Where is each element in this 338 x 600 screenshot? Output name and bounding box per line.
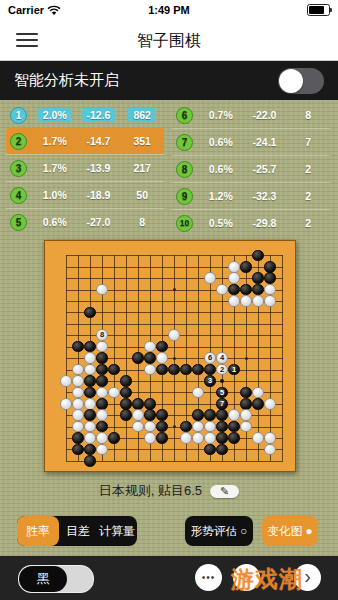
win-rate: 1.7% xyxy=(33,135,77,147)
black-stone[interactable] xyxy=(216,421,228,433)
white-stone[interactable] xyxy=(252,432,264,444)
grid-line xyxy=(282,255,283,461)
analysis-row-6[interactable]: 60.7%-22.08 xyxy=(172,102,330,128)
visits: 2 xyxy=(286,217,330,229)
win-rate: 0.6% xyxy=(199,136,243,148)
rank-badge: 6 xyxy=(176,107,193,124)
analysis-row-10[interactable]: 100.5%-29.82 xyxy=(172,209,330,236)
black-stone[interactable] xyxy=(252,250,264,262)
tab-visits[interactable]: 计算量 xyxy=(97,523,137,540)
black-stone[interactable] xyxy=(156,432,168,444)
white-stone[interactable] xyxy=(72,398,84,410)
rules-row: 日本规则, 贴目6.5✎ xyxy=(0,482,338,500)
white-stone-6[interactable]: 6 xyxy=(204,352,216,364)
white-stone[interactable] xyxy=(96,387,108,399)
white-stone[interactable] xyxy=(84,398,96,410)
black-stone[interactable] xyxy=(84,444,96,456)
white-stone[interactable] xyxy=(240,421,252,433)
visits: 217 xyxy=(120,162,164,174)
move-marker xyxy=(220,379,224,383)
analysis-toggle-bar: 智能分析未开启 xyxy=(0,61,338,100)
ellipsis-icon: ••• xyxy=(202,572,216,583)
white-stone[interactable] xyxy=(84,352,96,364)
black-stone[interactable] xyxy=(84,341,96,353)
black-stone-5[interactable]: 5 xyxy=(216,387,228,399)
grid-line xyxy=(66,461,283,462)
white-stone[interactable] xyxy=(228,295,240,307)
rank-badge: 8 xyxy=(176,161,193,178)
white-stone[interactable] xyxy=(132,421,144,433)
black-stone-3[interactable]: 3 xyxy=(204,375,216,387)
score-diff: -24.1 xyxy=(243,136,287,148)
win-rate: 2.0% xyxy=(33,109,77,121)
white-stone[interactable] xyxy=(72,421,84,433)
analysis-row-1[interactable]: 12.0%-12.6862 xyxy=(6,102,164,128)
analysis-row-9[interactable]: 91.2%-32.32 xyxy=(172,182,330,209)
white-stone[interactable] xyxy=(204,432,216,444)
white-stone[interactable] xyxy=(204,421,216,433)
score-diff: -25.7 xyxy=(243,163,287,175)
rules-text: 日本规则, 贴目6.5 xyxy=(99,483,202,498)
black-stone[interactable] xyxy=(96,398,108,410)
black-stone[interactable] xyxy=(264,272,276,284)
white-stone[interactable] xyxy=(72,375,84,387)
black-stone[interactable] xyxy=(84,307,96,319)
win-rate: 1.2% xyxy=(199,190,243,202)
analysis-table-left: 12.0%-12.686221.7%-14.735131.7%-13.92174… xyxy=(6,102,164,235)
black-stone[interactable] xyxy=(204,409,216,421)
black-stone[interactable] xyxy=(132,398,144,410)
black-stone[interactable] xyxy=(72,444,84,456)
black-stone[interactable] xyxy=(120,387,132,399)
black-stone[interactable] xyxy=(156,421,168,433)
rank-badge: 1 xyxy=(10,107,27,124)
white-stone[interactable] xyxy=(228,261,240,273)
white-stone[interactable] xyxy=(144,421,156,433)
white-stone[interactable] xyxy=(168,329,180,341)
visits: 2 xyxy=(286,190,330,202)
black-stone[interactable] xyxy=(240,284,252,296)
white-stone[interactable] xyxy=(264,432,276,444)
white-stone[interactable] xyxy=(216,284,228,296)
score-diff: -22.0 xyxy=(243,109,287,121)
white-stone[interactable] xyxy=(96,284,108,296)
white-stone-2[interactable]: 2 xyxy=(216,364,228,376)
black-side-label: 黑 xyxy=(19,566,67,592)
variation-diagram-button[interactable]: 变化图 ● xyxy=(262,516,318,546)
next-button[interactable]: › xyxy=(294,564,321,591)
black-stone[interactable] xyxy=(216,432,228,444)
white-stone[interactable] xyxy=(84,421,96,433)
white-stone[interactable] xyxy=(204,272,216,284)
black-stone[interactable] xyxy=(264,261,276,273)
pencil-icon: ✎ xyxy=(220,485,229,497)
rank-badge: 9 xyxy=(176,188,193,205)
white-stone[interactable] xyxy=(252,387,264,399)
visits: 862 xyxy=(120,109,164,121)
stat-segmented-control: 胜率 目差 计算量 xyxy=(17,516,137,546)
white-stone[interactable] xyxy=(192,432,204,444)
white-stone[interactable] xyxy=(96,409,108,421)
black-stone[interactable] xyxy=(144,398,156,410)
white-stone[interactable] xyxy=(96,341,108,353)
rank-badge: 5 xyxy=(10,214,27,231)
controls-row: 胜率 目差 计算量 形势评估 ○ 变化图 ● xyxy=(0,516,338,546)
visits: 2 xyxy=(286,163,330,175)
white-stone[interactable] xyxy=(264,398,276,410)
white-stone[interactable] xyxy=(144,341,156,353)
white-stone[interactable] xyxy=(264,444,276,456)
analysis-table-right: 60.7%-22.0870.6%-24.1780.6%-25.7291.2%-3… xyxy=(172,102,330,236)
black-stone[interactable] xyxy=(240,387,252,399)
white-stone[interactable] xyxy=(72,409,84,421)
black-stone[interactable] xyxy=(192,364,204,376)
position-eval-button[interactable]: 形势评估 ○ xyxy=(185,516,253,546)
black-stone-7[interactable]: 7 xyxy=(216,398,228,410)
visits: 8 xyxy=(286,109,330,121)
pencil-icon: ✎ xyxy=(241,570,252,585)
visits: 8 xyxy=(120,216,164,228)
black-stone[interactable] xyxy=(168,364,180,376)
analysis-row-5[interactable]: 50.6%-27.08 xyxy=(6,208,164,235)
black-stone[interactable] xyxy=(84,375,96,387)
score-diff: -18.9 xyxy=(77,189,121,201)
white-stone[interactable] xyxy=(108,387,120,399)
black-stone[interactable] xyxy=(120,409,132,421)
white-stone[interactable] xyxy=(156,352,168,364)
white-stone-4[interactable]: 4 xyxy=(216,352,228,364)
black-stone[interactable] xyxy=(96,421,108,433)
battery-icon xyxy=(307,4,330,16)
white-stone[interactable] xyxy=(228,272,240,284)
black-stone[interactable] xyxy=(180,421,192,433)
black-stone[interactable] xyxy=(156,341,168,353)
white-stone[interactable] xyxy=(180,432,192,444)
hoshi-point xyxy=(173,288,176,291)
black-stone[interactable] xyxy=(252,272,264,284)
white-stone[interactable] xyxy=(144,432,156,444)
white-stone-8[interactable]: 8 xyxy=(96,329,108,341)
edit-rules-button[interactable]: ✎ xyxy=(210,485,239,498)
white-stone[interactable] xyxy=(96,432,108,444)
chevron-right-icon: › xyxy=(304,565,311,588)
white-stone[interactable] xyxy=(72,387,84,399)
black-stone[interactable] xyxy=(240,261,252,273)
switch-knob xyxy=(279,69,303,93)
rank-badge: 4 xyxy=(10,187,27,204)
score-diff: -27.0 xyxy=(77,216,121,228)
app-screen: Carrier 1:49 PM 智子围棋 智能分析未开启 12.0%-12.68… xyxy=(0,0,338,600)
hoshi-point xyxy=(173,425,176,428)
white-stone[interactable] xyxy=(84,432,96,444)
black-stone[interactable] xyxy=(144,352,156,364)
black-stone[interactable] xyxy=(228,284,240,296)
black-stone[interactable] xyxy=(120,398,132,410)
score-diff: -13.9 xyxy=(77,162,121,174)
black-stone[interactable] xyxy=(252,284,264,296)
black-stone[interactable] xyxy=(204,364,216,376)
go-board[interactable]: 86421357 xyxy=(44,240,296,472)
more-button[interactable]: ••• xyxy=(195,564,222,591)
win-rate: 0.6% xyxy=(199,163,243,175)
black-stone[interactable] xyxy=(228,432,240,444)
clock: 1:49 PM xyxy=(0,4,338,16)
black-stone[interactable] xyxy=(96,352,108,364)
black-stone[interactable] xyxy=(96,364,108,376)
status-bar: Carrier 1:49 PM xyxy=(0,0,338,20)
black-stone[interactable] xyxy=(228,421,240,433)
win-rate: 1.0% xyxy=(33,189,77,201)
black-stone[interactable] xyxy=(240,398,252,410)
analysis-row-3[interactable]: 31.7%-13.9217 xyxy=(6,154,164,181)
black-stone[interactable] xyxy=(108,364,120,376)
black-stone[interactable] xyxy=(72,432,84,444)
variation-dot-icon: ● xyxy=(305,525,312,537)
hoshi-point xyxy=(245,357,248,360)
black-stone[interactable] xyxy=(192,409,204,421)
score-diff: -12.6 xyxy=(77,109,121,121)
black-stone[interactable] xyxy=(216,444,228,456)
score-diff: -14.7 xyxy=(77,135,121,147)
black-stone[interactable] xyxy=(132,352,144,364)
analysis-row-4[interactable]: 41.0%-18.950 xyxy=(6,181,164,208)
white-stone[interactable] xyxy=(192,387,204,399)
edit-button[interactable]: ✎ xyxy=(233,564,260,591)
score-diff: -32.3 xyxy=(243,190,287,202)
white-stone[interactable] xyxy=(72,364,84,376)
page-title: 智子围棋 xyxy=(0,31,338,52)
tab-score-diff[interactable]: 目差 xyxy=(59,523,97,540)
black-stone[interactable] xyxy=(84,455,96,467)
rank-badge: 2 xyxy=(10,133,27,150)
eval-circle-icon: ○ xyxy=(240,525,247,537)
white-stone[interactable] xyxy=(264,284,276,296)
black-stone[interactable] xyxy=(156,409,168,421)
white-stone[interactable] xyxy=(240,409,252,421)
white-stone[interactable] xyxy=(84,364,96,376)
black-stone[interactable] xyxy=(84,387,96,399)
white-stone[interactable] xyxy=(240,295,252,307)
win-rate: 0.6% xyxy=(33,216,77,228)
black-stone[interactable] xyxy=(72,341,84,353)
color-toggle[interactable]: 黑 xyxy=(18,565,94,593)
visits: 50 xyxy=(120,189,164,201)
analysis-row-8[interactable]: 80.6%-25.72 xyxy=(172,155,330,182)
white-stone[interactable] xyxy=(132,409,144,421)
white-stone[interactable] xyxy=(96,444,108,456)
analysis-switch[interactable] xyxy=(278,68,324,94)
black-stone[interactable] xyxy=(144,409,156,421)
black-stone[interactable] xyxy=(120,375,132,387)
black-stone[interactable] xyxy=(84,409,96,421)
hoshi-point xyxy=(173,357,176,360)
analysis-toggle-label: 智能分析未开启 xyxy=(14,71,119,90)
visits: 351 xyxy=(120,135,164,147)
white-stone[interactable] xyxy=(228,409,240,421)
white-stone[interactable] xyxy=(60,398,72,410)
black-stone[interactable] xyxy=(108,432,120,444)
score-diff: -29.8 xyxy=(243,217,287,229)
rank-badge: 7 xyxy=(176,134,193,151)
black-stone[interactable] xyxy=(156,364,168,376)
bottom-bar: 黑 ••• ✎ › 游戏潮 xyxy=(0,556,338,600)
win-rate: 0.7% xyxy=(199,109,243,121)
tab-win-rate[interactable]: 胜率 xyxy=(17,516,59,546)
black-stone[interactable] xyxy=(216,409,228,421)
rank-badge: 3 xyxy=(10,160,27,177)
white-stone[interactable] xyxy=(264,295,276,307)
white-stone[interactable] xyxy=(192,421,204,433)
analysis-row-7[interactable]: 70.6%-24.17 xyxy=(172,128,330,155)
black-stone[interactable] xyxy=(252,398,264,410)
white-stone[interactable] xyxy=(144,364,156,376)
visits: 7 xyxy=(286,136,330,148)
analysis-row-2[interactable]: 21.7%-14.7351 xyxy=(6,128,164,154)
black-stone-1[interactable]: 1 xyxy=(228,364,240,376)
black-stone[interactable] xyxy=(96,375,108,387)
nav-bar: 智子围棋 xyxy=(0,20,338,61)
black-stone[interactable] xyxy=(204,444,216,456)
rank-badge: 10 xyxy=(176,215,193,232)
win-rate: 0.5% xyxy=(199,217,243,229)
white-stone[interactable] xyxy=(60,375,72,387)
content-area: 12.0%-12.686221.7%-14.735131.7%-13.92174… xyxy=(0,100,338,556)
black-stone[interactable] xyxy=(180,364,192,376)
white-stone[interactable] xyxy=(252,295,264,307)
win-rate: 1.7% xyxy=(33,162,77,174)
